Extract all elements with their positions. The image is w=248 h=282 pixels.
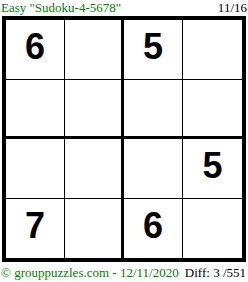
cell-r3c4: 5: [183, 139, 242, 199]
puzzle-title: Easy "Sudoku-4-5678": [1, 1, 121, 15]
cell-r3c1[interactable]: [6, 139, 65, 199]
cell-r3c3[interactable]: [124, 139, 183, 199]
cell-r1c1: 6: [6, 20, 65, 80]
cell-r2c3[interactable]: [124, 80, 183, 140]
cell-r1c4[interactable]: [183, 20, 242, 80]
sudoku-page: Easy "Sudoku-4-5678" 11/16 65576 © group…: [0, 0, 248, 282]
difficulty-label: Diff: 3 /551: [185, 266, 246, 280]
cell-r2c4[interactable]: [183, 80, 242, 140]
cell-r4c3: 6: [124, 199, 183, 259]
header: Easy "Sudoku-4-5678" 11/16: [0, 0, 248, 16]
cell-r1c3: 5: [124, 20, 183, 80]
puzzle-counter: 11/16: [218, 1, 247, 15]
cell-r3c2[interactable]: [65, 139, 124, 199]
cell-r1c2[interactable]: [65, 20, 124, 80]
cell-r2c1[interactable]: [6, 80, 65, 140]
cell-r4c2[interactable]: [65, 199, 124, 259]
cell-r2c2[interactable]: [65, 80, 124, 140]
cell-r4c4[interactable]: [183, 199, 242, 259]
sudoku-board: 65576: [2, 16, 246, 262]
cell-r4c1: 7: [6, 199, 65, 259]
copyright-label: © grouppuzzles.com - 12/11/2020: [1, 266, 179, 280]
footer: © grouppuzzles.com - 12/11/2020 Diff: 3 …: [0, 262, 248, 282]
